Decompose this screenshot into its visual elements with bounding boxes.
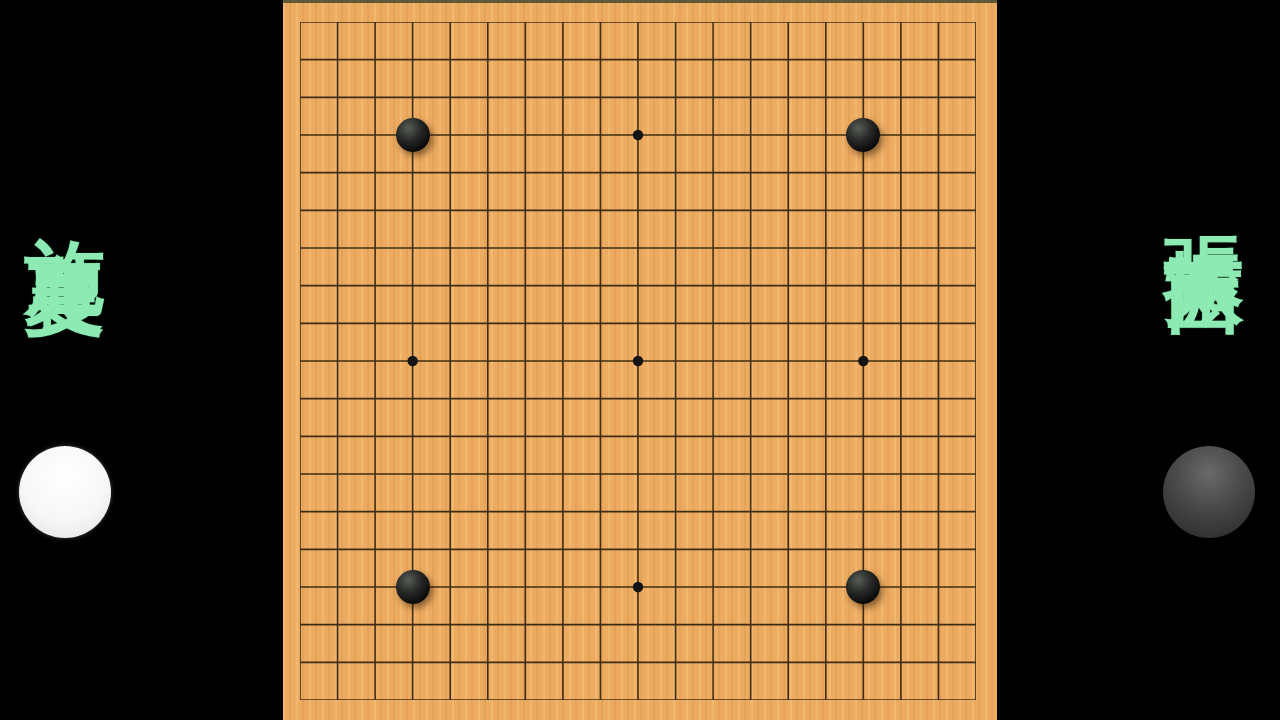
white-stone-icon (19, 446, 111, 538)
black-board-stone (846, 118, 880, 152)
black-board-stone (396, 570, 430, 604)
player-name-white: 施襄夏 (24, 172, 108, 214)
black-board-stone (846, 570, 880, 604)
screen: 施襄夏 張振西 (0, 0, 1280, 720)
black-board-stone (396, 118, 430, 152)
go-board (283, 0, 997, 720)
player-name-black: 張振西 (1163, 172, 1247, 214)
black-stone-icon (1163, 446, 1255, 538)
player-panel-white: 施襄夏 (0, 0, 283, 720)
board-play-surface[interactable] (281, 3, 994, 718)
player-panel-black: 張振西 (997, 0, 1280, 720)
